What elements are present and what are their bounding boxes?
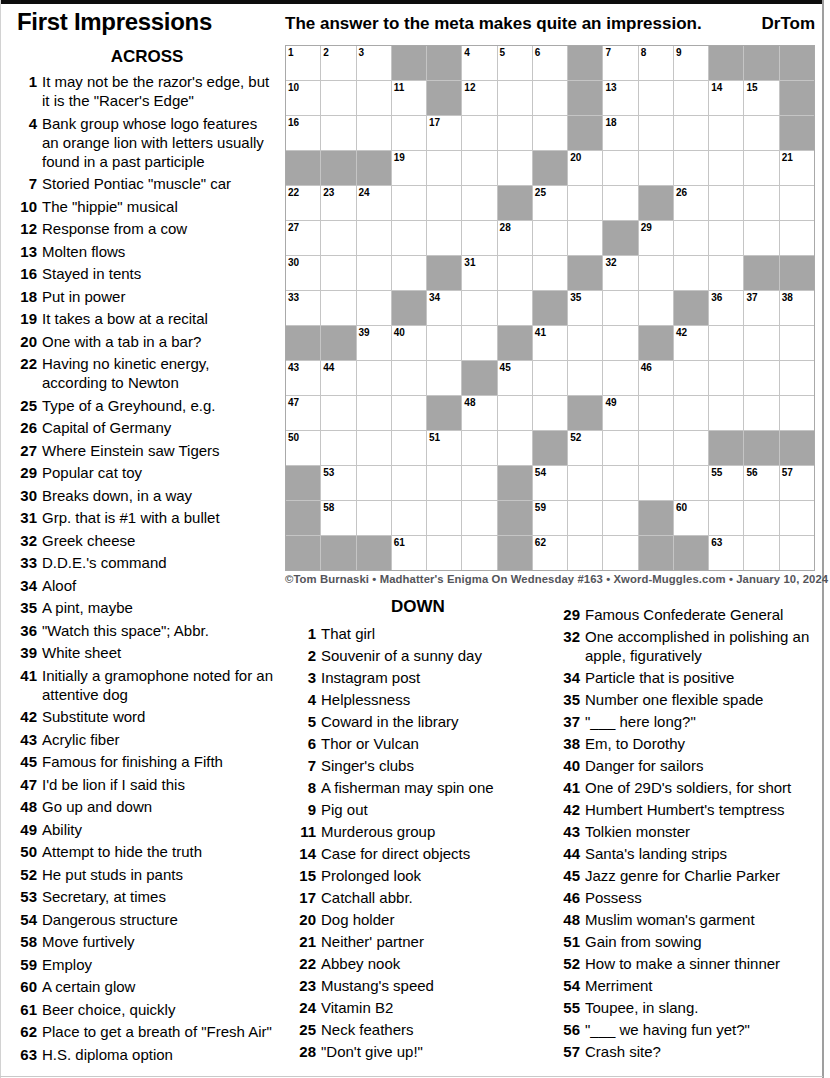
grid-cell[interactable]: 60 xyxy=(674,501,708,535)
grid-cell[interactable] xyxy=(744,361,778,395)
grid-cell[interactable]: 54 xyxy=(533,466,567,500)
clue-number: 53 xyxy=(12,887,42,906)
grid-cell[interactable] xyxy=(780,396,814,430)
grid-cell[interactable] xyxy=(357,221,391,255)
grid-cell[interactable]: 12 xyxy=(462,81,496,115)
block-cell xyxy=(674,536,708,570)
clue-text: Toupee, in slang. xyxy=(585,998,816,1017)
grid-cell[interactable] xyxy=(709,361,743,395)
grid-cell[interactable]: 44 xyxy=(321,361,355,395)
grid-cell[interactable] xyxy=(709,116,743,150)
across-clue: 48Go up and down xyxy=(12,797,282,816)
grid-cell[interactable] xyxy=(674,361,708,395)
grid-cell[interactable] xyxy=(674,466,708,500)
grid-cell[interactable]: 24 xyxy=(357,186,391,220)
grid-cell[interactable]: 9 xyxy=(674,46,708,80)
grid-cell[interactable]: 50 xyxy=(286,431,320,465)
grid-cell[interactable] xyxy=(568,326,602,360)
across-clue: 27Where Einstein saw Tigers xyxy=(12,441,282,460)
grid-cell[interactable]: 34 xyxy=(427,291,461,325)
block-cell xyxy=(357,151,391,185)
grid-cell[interactable] xyxy=(639,256,673,290)
grid-cell[interactable]: 29 xyxy=(639,221,673,255)
grid-cell[interactable] xyxy=(427,326,461,360)
grid-cell[interactable]: 46 xyxy=(639,361,673,395)
grid-cell[interactable] xyxy=(462,151,496,185)
grid-cell[interactable]: 39 xyxy=(357,326,391,360)
grid-cell[interactable]: 22 xyxy=(286,186,320,220)
grid-cell[interactable] xyxy=(498,81,532,115)
grid-cell[interactable]: 1 xyxy=(286,46,320,80)
grid-cell[interactable] xyxy=(780,326,814,360)
grid-cell[interactable] xyxy=(533,396,567,430)
grid-cell[interactable] xyxy=(744,151,778,185)
block-cell xyxy=(709,431,743,465)
grid-cell[interactable]: 61 xyxy=(392,536,426,570)
grid-cell[interactable] xyxy=(568,466,602,500)
down-clue-list-left: 1That girl2Souvenir of a sunny day3Insta… xyxy=(286,624,552,1064)
grid-cell[interactable]: 35 xyxy=(568,291,602,325)
clue-text: Famous Confederate General xyxy=(585,605,816,624)
grid-cell[interactable] xyxy=(674,431,708,465)
grid-cell[interactable] xyxy=(639,116,673,150)
grid-cell[interactable] xyxy=(709,186,743,220)
clue-number: 16 xyxy=(12,264,42,283)
cell-number: 24 xyxy=(359,187,370,198)
grid-cell[interactable]: 15 xyxy=(744,81,778,115)
grid-cell[interactable]: 14 xyxy=(709,81,743,115)
grid-cell[interactable]: 7 xyxy=(603,46,637,80)
grid-cell[interactable] xyxy=(462,431,496,465)
grid-cell[interactable] xyxy=(462,466,496,500)
grid-cell[interactable] xyxy=(427,221,461,255)
grid-cell[interactable] xyxy=(744,116,778,150)
grid-cell[interactable] xyxy=(357,81,391,115)
grid-cell[interactable] xyxy=(533,221,567,255)
grid-cell[interactable] xyxy=(357,256,391,290)
clue-text: Abbey nook xyxy=(321,954,547,973)
grid-cell[interactable] xyxy=(603,291,637,325)
clue-number: 6 xyxy=(286,734,321,753)
down-clue: 35Number one flexible spade xyxy=(550,690,820,709)
grid-cell[interactable] xyxy=(744,501,778,535)
cell-number: 57 xyxy=(782,467,793,478)
grid-cell[interactable]: 32 xyxy=(603,256,637,290)
grid-cell[interactable]: 5 xyxy=(498,46,532,80)
clue-text: Santa's landing strips xyxy=(585,844,816,863)
clue-number: 44 xyxy=(550,844,585,863)
grid-cell[interactable] xyxy=(533,256,567,290)
grid-cell[interactable] xyxy=(462,186,496,220)
clue-number: 33 xyxy=(12,553,42,572)
clue-text: A pint, maybe xyxy=(42,598,275,617)
grid-cell[interactable] xyxy=(674,221,708,255)
cell-number: 47 xyxy=(288,397,299,408)
grid-cell[interactable] xyxy=(498,116,532,150)
grid-cell[interactable]: 58 xyxy=(321,501,355,535)
clue-text: Possess xyxy=(585,888,816,907)
cell-number: 60 xyxy=(676,502,687,513)
grid-cell[interactable]: 27 xyxy=(286,221,320,255)
block-cell xyxy=(744,256,778,290)
grid-cell[interactable] xyxy=(392,186,426,220)
grid-cell[interactable] xyxy=(709,326,743,360)
clue-number: 46 xyxy=(550,888,585,907)
grid-cell[interactable] xyxy=(392,466,426,500)
cell-number: 4 xyxy=(464,47,470,58)
grid-cell[interactable] xyxy=(744,221,778,255)
grid-cell[interactable] xyxy=(427,536,461,570)
clue-text: Substitute word xyxy=(42,707,275,726)
grid-cell[interactable]: 4 xyxy=(462,46,496,80)
clue-number: 37 xyxy=(550,712,585,731)
grid-cell[interactable] xyxy=(603,466,637,500)
block-cell xyxy=(533,151,567,185)
grid-cell[interactable] xyxy=(603,431,637,465)
block-cell xyxy=(321,536,355,570)
grid-cell[interactable] xyxy=(392,501,426,535)
block-cell xyxy=(533,431,567,465)
grid-cell[interactable] xyxy=(568,361,602,395)
grid-cell[interactable] xyxy=(427,186,461,220)
across-clue: 7Storied Pontiac "muscle" car xyxy=(12,174,282,193)
grid-cell[interactable] xyxy=(498,396,532,430)
down-clue: 6Thor or Vulcan xyxy=(286,734,552,753)
grid-cell[interactable] xyxy=(780,501,814,535)
clue-number: 60 xyxy=(12,977,42,996)
clue-number: 38 xyxy=(550,734,585,753)
grid-cell[interactable]: 10 xyxy=(286,81,320,115)
grid-cell[interactable] xyxy=(462,536,496,570)
grid-cell[interactable] xyxy=(709,501,743,535)
grid-cell[interactable]: 30 xyxy=(286,256,320,290)
grid-cell[interactable] xyxy=(780,186,814,220)
grid-cell[interactable]: 3 xyxy=(357,46,391,80)
grid-cell[interactable]: 63 xyxy=(709,536,743,570)
grid-cell[interactable]: 56 xyxy=(744,466,778,500)
clue-number: 57 xyxy=(550,1042,585,1061)
clue-text: Murderous group xyxy=(321,822,547,841)
grid-cell[interactable] xyxy=(533,81,567,115)
grid-cell[interactable] xyxy=(392,221,426,255)
across-clue: 22Having no kinetic energy, according to… xyxy=(12,354,282,392)
grid-cell[interactable]: 37 xyxy=(744,291,778,325)
grid-cell[interactable]: 11 xyxy=(392,81,426,115)
clue-text: Secretary, at times xyxy=(42,887,275,906)
cell-number: 50 xyxy=(288,432,299,443)
clue-text: I'd be lion if I said this xyxy=(42,775,275,794)
grid-cell[interactable]: 26 xyxy=(674,186,708,220)
block-cell xyxy=(744,46,778,80)
grid-cell[interactable]: 6 xyxy=(533,46,567,80)
grid-cell[interactable]: 17 xyxy=(427,116,461,150)
grid-cell[interactable]: 18 xyxy=(603,116,637,150)
clue-text: Tolkien monster xyxy=(585,822,816,841)
clue-number: 35 xyxy=(550,690,585,709)
clue-number: 24 xyxy=(286,998,321,1017)
grid-cell[interactable] xyxy=(392,396,426,430)
grid-cell[interactable] xyxy=(462,221,496,255)
grid-cell[interactable]: 19 xyxy=(392,151,426,185)
cell-number: 21 xyxy=(782,152,793,163)
grid-cell[interactable] xyxy=(568,501,602,535)
grid-cell[interactable] xyxy=(498,291,532,325)
grid-cell[interactable]: 51 xyxy=(427,431,461,465)
grid-cell[interactable]: 38 xyxy=(780,291,814,325)
grid-cell[interactable] xyxy=(321,221,355,255)
grid-cell[interactable] xyxy=(321,116,355,150)
block-cell xyxy=(780,116,814,150)
across-clue: 10The "hippie" musical xyxy=(12,197,282,216)
grid-cell[interactable] xyxy=(639,396,673,430)
grid-cell[interactable] xyxy=(709,151,743,185)
grid-cell[interactable] xyxy=(321,256,355,290)
grid-cell[interactable] xyxy=(603,361,637,395)
grid-cell[interactable] xyxy=(744,186,778,220)
grid-cell[interactable]: 31 xyxy=(462,256,496,290)
across-clue: 58Move furtively xyxy=(12,932,282,951)
clue-number: 26 xyxy=(12,418,42,437)
grid-cell[interactable] xyxy=(744,326,778,360)
clue-number: 7 xyxy=(286,756,321,775)
down-clue: 2Souvenir of a sunny day xyxy=(286,646,552,665)
clue-text: Em, to Dorothy xyxy=(585,734,816,753)
grid-cell[interactable] xyxy=(321,431,355,465)
cell-number: 17 xyxy=(429,117,440,128)
clue-text: D.D.E.'s command xyxy=(42,553,275,572)
grid-cell[interactable]: 20 xyxy=(568,151,602,185)
grid-cell[interactable] xyxy=(780,361,814,395)
block-cell xyxy=(286,151,320,185)
grid-cell[interactable] xyxy=(427,466,461,500)
block-cell xyxy=(427,81,461,115)
clue-number: 62 xyxy=(12,1022,42,1041)
clue-text: Muslim woman's garment xyxy=(585,910,816,929)
grid-cell[interactable] xyxy=(674,396,708,430)
clue-text: Jazz genre for Charlie Parker xyxy=(585,866,816,885)
grid-cell[interactable]: 42 xyxy=(674,326,708,360)
grid-cell[interactable]: 55 xyxy=(709,466,743,500)
grid-cell[interactable]: 57 xyxy=(780,466,814,500)
down-clue: 37"___ here long?" xyxy=(550,712,820,731)
across-clue: 42Substitute word xyxy=(12,707,282,726)
grid-cell[interactable] xyxy=(709,256,743,290)
block-cell xyxy=(498,466,532,500)
grid-cell[interactable]: 28 xyxy=(498,221,532,255)
down-clue: 29Famous Confederate General xyxy=(550,605,820,624)
across-header: ACROSS xyxy=(12,47,282,67)
grid-cell[interactable] xyxy=(639,466,673,500)
clue-number: 43 xyxy=(12,730,42,749)
clue-number: 34 xyxy=(12,576,42,595)
grid-cell[interactable]: 36 xyxy=(709,291,743,325)
grid-cell[interactable] xyxy=(357,431,391,465)
grid-cell[interactable] xyxy=(533,116,567,150)
grid-cell[interactable]: 16 xyxy=(286,116,320,150)
grid-cell[interactable] xyxy=(427,501,461,535)
block-cell xyxy=(639,536,673,570)
clue-text: "___ we having fun yet?" xyxy=(585,1020,816,1039)
grid-cell[interactable]: 2 xyxy=(321,46,355,80)
block-cell xyxy=(674,291,708,325)
clue-number: 35 xyxy=(12,598,42,617)
block-cell xyxy=(427,46,461,80)
cell-number: 43 xyxy=(288,362,299,373)
grid-cell[interactable]: 40 xyxy=(392,326,426,360)
grid-cell[interactable]: 59 xyxy=(533,501,567,535)
clue-text: Humbert Humbert's temptress xyxy=(585,800,816,819)
grid-cell[interactable] xyxy=(674,256,708,290)
cell-number: 62 xyxy=(535,537,546,548)
grid-cell[interactable]: 45 xyxy=(498,361,532,395)
clue-number: 1 xyxy=(12,72,42,110)
grid-cell[interactable]: 8 xyxy=(639,46,673,80)
grid-cell[interactable] xyxy=(357,501,391,535)
clue-text: Thor or Vulcan xyxy=(321,734,547,753)
grid-cell[interactable] xyxy=(321,291,355,325)
grid-cell[interactable]: 23 xyxy=(321,186,355,220)
grid-cell[interactable] xyxy=(427,361,461,395)
clue-text: One accomplished in polishing an apple, … xyxy=(585,627,816,665)
cell-number: 48 xyxy=(464,397,475,408)
grid-cell[interactable] xyxy=(639,151,673,185)
clue-number: 20 xyxy=(12,332,42,351)
block-cell xyxy=(568,396,602,430)
grid-cell[interactable] xyxy=(639,291,673,325)
clue-text: Famous for finishing a Fifth xyxy=(42,752,275,771)
grid-cell[interactable] xyxy=(568,186,602,220)
cell-number: 31 xyxy=(464,257,475,268)
grid-cell[interactable] xyxy=(462,116,496,150)
clue-text: Dangerous structure xyxy=(42,910,275,929)
grid-cell[interactable] xyxy=(639,81,673,115)
clue-text: Crash site? xyxy=(585,1042,816,1061)
grid-cell[interactable] xyxy=(674,151,708,185)
cell-number: 22 xyxy=(288,187,299,198)
grid-cell[interactable] xyxy=(392,256,426,290)
grid-cell[interactable] xyxy=(603,501,637,535)
clue-number: 42 xyxy=(550,800,585,819)
grid-cell[interactable] xyxy=(780,221,814,255)
down-clue: 15Prolonged look xyxy=(286,866,552,885)
grid-cell[interactable] xyxy=(744,536,778,570)
grid-cell[interactable] xyxy=(357,361,391,395)
down-clue: 20Dog holder xyxy=(286,910,552,929)
clue-number: 51 xyxy=(550,932,585,951)
grid-cell[interactable] xyxy=(462,291,496,325)
grid-cell[interactable] xyxy=(392,431,426,465)
clue-number: 13 xyxy=(12,242,42,261)
cell-number: 28 xyxy=(500,222,511,233)
grid-cell[interactable]: 53 xyxy=(321,466,355,500)
grid-cell[interactable]: 21 xyxy=(780,151,814,185)
across-clue: 59Employ xyxy=(12,955,282,974)
clue-number: 12 xyxy=(12,219,42,238)
block-cell xyxy=(392,291,426,325)
grid-cell[interactable] xyxy=(392,361,426,395)
grid-cell[interactable] xyxy=(498,431,532,465)
down-clue: 11Murderous group xyxy=(286,822,552,841)
across-clue: 50Attempt to hide the truth xyxy=(12,842,282,861)
grid-cell[interactable]: 52 xyxy=(568,431,602,465)
grid-cell[interactable] xyxy=(603,536,637,570)
grid-cell[interactable] xyxy=(321,396,355,430)
grid-cell[interactable] xyxy=(603,151,637,185)
across-clue: 31Grp. that is #1 with a bullet xyxy=(12,508,282,527)
grid-cell[interactable] xyxy=(568,536,602,570)
clue-number: 32 xyxy=(550,627,585,665)
grid-cell[interactable] xyxy=(780,536,814,570)
grid-cell[interactable] xyxy=(709,221,743,255)
cell-number: 49 xyxy=(605,397,616,408)
across-clue: 54Dangerous structure xyxy=(12,910,282,929)
down-clue: 32One accomplished in polishing an apple… xyxy=(550,627,820,665)
cell-number: 52 xyxy=(570,432,581,443)
grid-cell[interactable] xyxy=(674,81,708,115)
grid-cell[interactable] xyxy=(462,326,496,360)
grid-cell[interactable]: 49 xyxy=(603,396,637,430)
grid-cell[interactable] xyxy=(357,116,391,150)
clue-number: 2 xyxy=(286,646,321,665)
block-cell xyxy=(780,81,814,115)
grid-cell[interactable] xyxy=(603,326,637,360)
clue-number: 49 xyxy=(12,820,42,839)
grid-cell[interactable]: 33 xyxy=(286,291,320,325)
cell-number: 3 xyxy=(359,47,365,58)
grid-cell[interactable] xyxy=(462,501,496,535)
clue-number: 40 xyxy=(550,756,585,775)
grid-cell[interactable] xyxy=(533,361,567,395)
grid-cell[interactable]: 41 xyxy=(533,326,567,360)
grid-cell[interactable] xyxy=(357,396,391,430)
grid-cell[interactable] xyxy=(427,151,461,185)
grid-cell[interactable] xyxy=(709,396,743,430)
grid-cell[interactable] xyxy=(744,396,778,430)
grid-cell[interactable]: 43 xyxy=(286,361,320,395)
grid-cell[interactable]: 25 xyxy=(533,186,567,220)
grid-cell[interactable]: 47 xyxy=(286,396,320,430)
grid-cell[interactable] xyxy=(392,116,426,150)
clue-text: Neither' partner xyxy=(321,932,547,951)
cell-number: 12 xyxy=(464,82,475,93)
clue-text: It takes a bow at a recital xyxy=(42,309,275,328)
grid-cell[interactable]: 62 xyxy=(533,536,567,570)
down-clue: 8A fisherman may spin one xyxy=(286,778,552,797)
block-cell xyxy=(286,536,320,570)
across-clue: 47I'd be lion if I said this xyxy=(12,775,282,794)
block-cell xyxy=(392,46,426,80)
down-clue: 23Mustang's speed xyxy=(286,976,552,995)
clue-text: "Watch this space"; Abbr. xyxy=(42,621,275,640)
grid-cell[interactable] xyxy=(321,81,355,115)
grid-cell[interactable]: 13 xyxy=(603,81,637,115)
grid-cell[interactable] xyxy=(674,116,708,150)
clue-number: 48 xyxy=(550,910,585,929)
grid-cell[interactable] xyxy=(357,466,391,500)
grid-cell[interactable] xyxy=(639,431,673,465)
grid-cell[interactable] xyxy=(603,186,637,220)
cell-number: 5 xyxy=(500,47,506,58)
grid-cell[interactable] xyxy=(357,291,391,325)
clue-text: Attempt to hide the truth xyxy=(42,842,275,861)
grid-cell[interactable] xyxy=(498,256,532,290)
grid-cell[interactable]: 48 xyxy=(462,396,496,430)
down-clue: 38Em, to Dorothy xyxy=(550,734,820,753)
grid-cell[interactable] xyxy=(568,221,602,255)
grid-cell[interactable] xyxy=(498,151,532,185)
crossword-grid: 1234567891011121314151617181920212223242… xyxy=(285,45,815,571)
across-clue: 19It takes a bow at a recital xyxy=(12,309,282,328)
